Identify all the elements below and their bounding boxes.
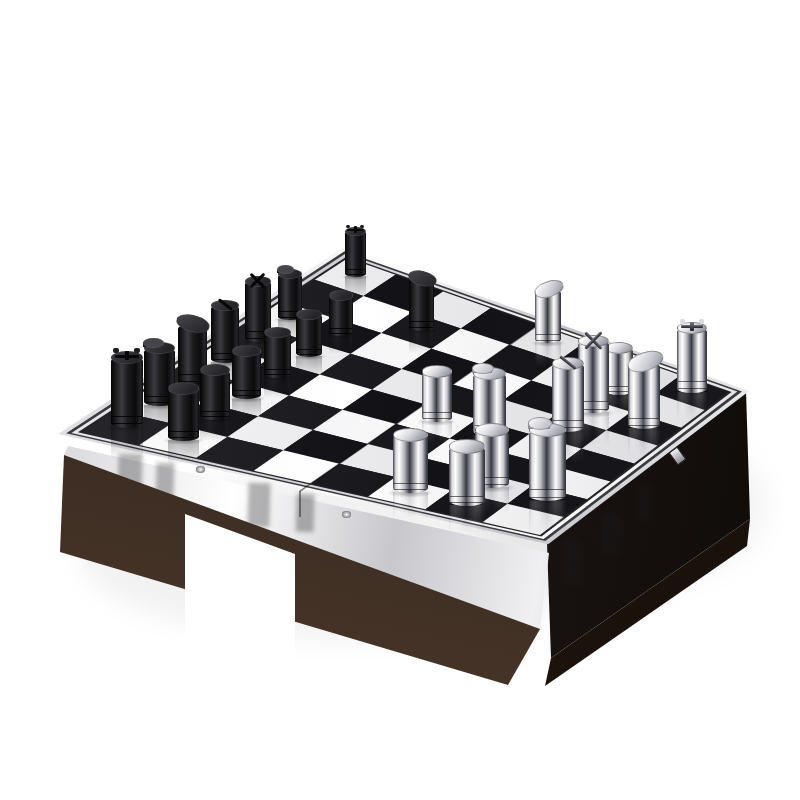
piece-top-face — [200, 364, 230, 376]
piece-base-grooves — [201, 411, 229, 418]
piece-mirror-reflection — [111, 427, 143, 463]
piece-base-grooves — [346, 269, 366, 275]
piece-base-grooves — [423, 412, 451, 419]
piece-silver-pawn-e4 — [422, 370, 452, 422]
piece-top-face — [232, 345, 261, 357]
piece-base-grooves — [536, 334, 560, 341]
piece-silver-pawn-h3 — [393, 433, 428, 493]
piece-mirror-reflection — [449, 505, 485, 536]
piece-reflection-streak — [247, 483, 270, 528]
piece-black-rook-a8 — [345, 230, 366, 277]
piece-top-face — [475, 423, 510, 437]
piece-base-grooves — [329, 328, 351, 334]
piece-mirror-reflection — [232, 398, 261, 422]
hinge-knuckle — [342, 511, 351, 518]
piece-top-face — [168, 382, 200, 395]
piece-mirror-reflection — [677, 392, 707, 425]
knight-stepped-cut-icon — [143, 338, 163, 349]
rook-crenellation-tooth — [699, 319, 704, 323]
piece-silver-pawn-h2 — [449, 445, 485, 506]
piece-reflection-streak — [637, 485, 652, 519]
rook-crenellation-tooth — [680, 319, 685, 323]
piece-base-grooves — [297, 349, 321, 355]
rook-crenellation-tooth — [346, 225, 350, 228]
piece-mirror-reflection — [329, 335, 353, 356]
piece-base-grooves — [394, 483, 426, 490]
piece-black-pawn-h7 — [168, 387, 200, 441]
piece-black-rook-h8 — [111, 356, 143, 428]
rook-crenellation-slot-icon — [690, 322, 694, 331]
piece-base-grooves — [112, 416, 142, 424]
piece-mirror-reflection — [168, 440, 200, 467]
rook-crenellation-slot-icon — [354, 226, 357, 232]
piece-top-face — [449, 439, 485, 453]
chess-set-scene — [0, 0, 800, 800]
piece-silver-rook-a1 — [677, 327, 707, 393]
piece-black-pawn-e7 — [264, 331, 291, 377]
piece-black-pawn-f7 — [232, 350, 261, 399]
piece-top-face — [393, 428, 428, 442]
piece-top-face — [422, 365, 452, 377]
piece-reflection-streak — [600, 513, 621, 554]
piece-top-face — [296, 309, 322, 320]
piece-base-grooves — [410, 321, 433, 328]
piece-mirror-reflection — [296, 356, 322, 378]
piece-black-pawn-g7 — [200, 369, 230, 420]
piece-top-face — [329, 290, 353, 300]
piece-black-pawn-d7 — [296, 313, 322, 357]
piece-mirror-reflection — [628, 428, 660, 462]
knight-stepped-cut-icon — [472, 363, 494, 374]
piece-base-grooves — [530, 489, 565, 498]
piece-base-grooves — [450, 496, 483, 504]
hinge-knuckle — [196, 466, 205, 473]
piece-base-grooves — [233, 390, 259, 396]
piece-black-pawn-c7 — [329, 294, 353, 335]
piece-base-grooves — [169, 431, 198, 438]
piece-base-grooves — [265, 369, 290, 375]
piece-mirror-reflection — [529, 500, 567, 536]
piece-mirror-reflection — [264, 377, 291, 400]
rook-crenellation-tooth — [360, 225, 364, 228]
piece-reflection-streak — [564, 541, 582, 586]
rook-crenellation-slot-icon — [125, 351, 129, 361]
piece-silver-bishop-c1 — [628, 362, 660, 429]
knight-stepped-cut-icon — [528, 417, 553, 430]
piece-mirror-reflection — [393, 492, 428, 522]
piece-silver-knight-g1 — [529, 429, 567, 502]
piece-black-bishop-b6 — [409, 278, 434, 330]
rook-crenellation-tooth — [134, 348, 140, 353]
piece-silver-bishop-a4 — [535, 289, 561, 343]
rook-crenellation-tooth — [113, 348, 119, 353]
piece-silver-queen-d2 — [552, 362, 585, 432]
board-fold-seam-face — [299, 491, 301, 517]
piece-mirror-reflection — [409, 330, 434, 356]
piece-base-grooves — [678, 381, 705, 389]
piece-base-grooves — [629, 418, 659, 426]
